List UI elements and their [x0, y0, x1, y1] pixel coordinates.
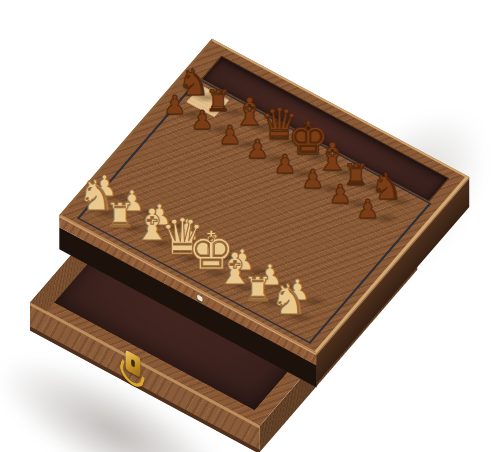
piece-shadow	[178, 109, 208, 120]
piece-shadow	[275, 137, 305, 148]
piece-shadow	[233, 139, 263, 150]
piece-shadow	[120, 223, 150, 234]
piece-shadow	[303, 152, 333, 163]
chess-set-product-photo: ♞♜♝♛♚♝♜♞♟♟♟♟♟♟♟♟♟♟♟♟♟♟♟♟♞♜♝♛♚♝♜♞	[0, 0, 500, 452]
piece-shadow	[343, 198, 373, 209]
piece-shadow	[175, 253, 205, 264]
piece-shadow	[330, 167, 360, 178]
piece-shadow	[206, 124, 236, 135]
piece-shadow	[272, 281, 302, 292]
piece-shadow	[371, 213, 401, 224]
piece-shadow	[316, 183, 346, 194]
piece-shadow	[299, 296, 329, 307]
piece-shadow	[134, 207, 164, 218]
piece-shadow	[244, 266, 274, 277]
piece-shadow	[202, 268, 232, 279]
piece-shadow	[107, 192, 137, 203]
piece-shadow	[248, 122, 278, 133]
latch-keyhole	[131, 359, 135, 368]
piece-shadow	[217, 251, 247, 262]
latch-catch-pin	[197, 294, 203, 302]
